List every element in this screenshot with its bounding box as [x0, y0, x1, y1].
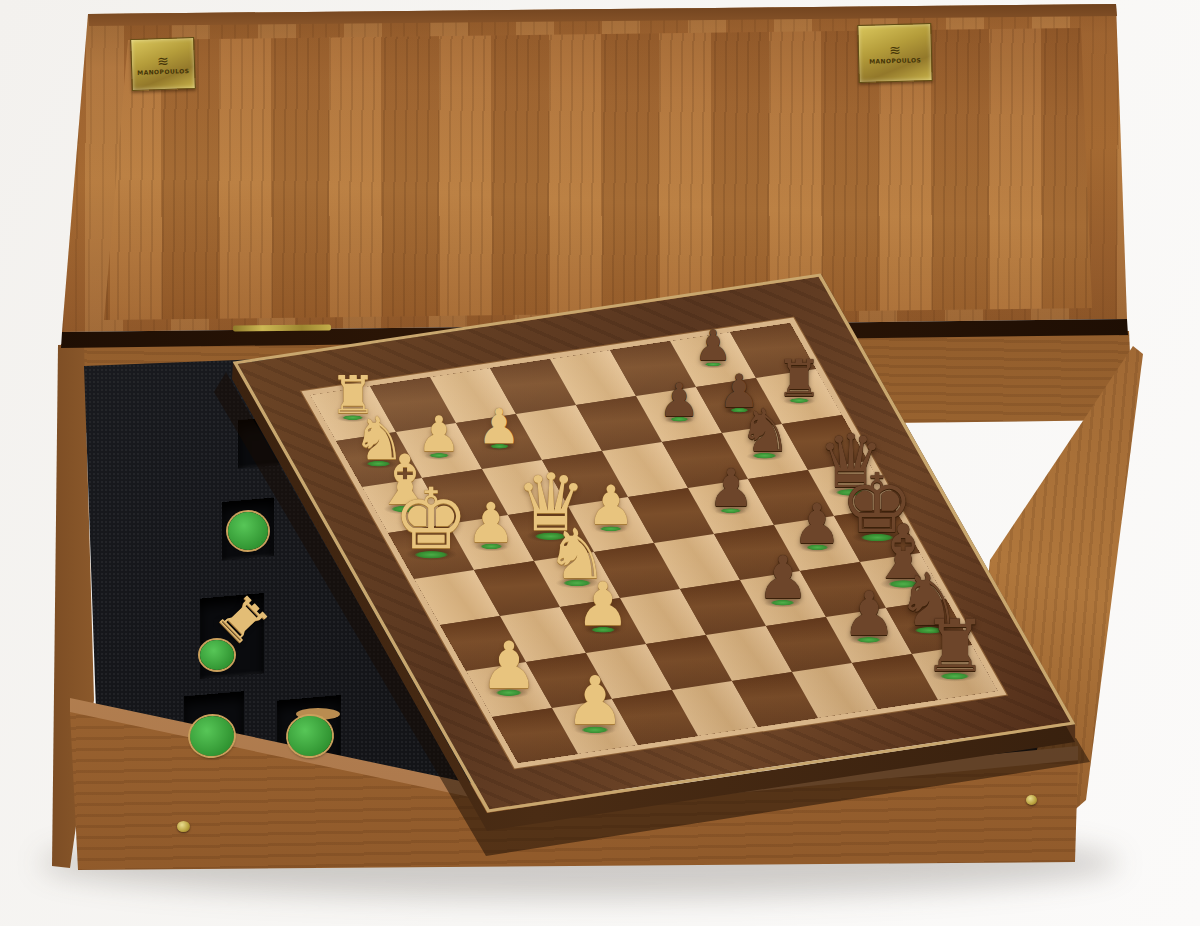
stored-rook-felt-base [200, 640, 234, 670]
brand-name: MANOPOULOS [137, 67, 189, 76]
stored-piece-felt-base [228, 512, 268, 550]
brand-name: MANOPOULOS [869, 56, 921, 64]
brass-plaque-right: ≋ MANOPOULOS [857, 23, 932, 83]
brass-hinge [233, 324, 331, 331]
brass-screw-left [177, 821, 190, 832]
brass-screw-right [1026, 795, 1037, 805]
brass-plaque-left: ≋ MANOPOULOS [130, 37, 196, 91]
chess-set-product-photo: ≋ MANOPOULOS ≋ MANOPOULOS ♜ ♜♞♝♚♟♟♟♛♟♞♟♟… [0, 0, 1200, 926]
manopoulos-wave-icon: ≋ [889, 42, 901, 56]
manopoulos-wave-icon: ≋ [157, 53, 169, 67]
